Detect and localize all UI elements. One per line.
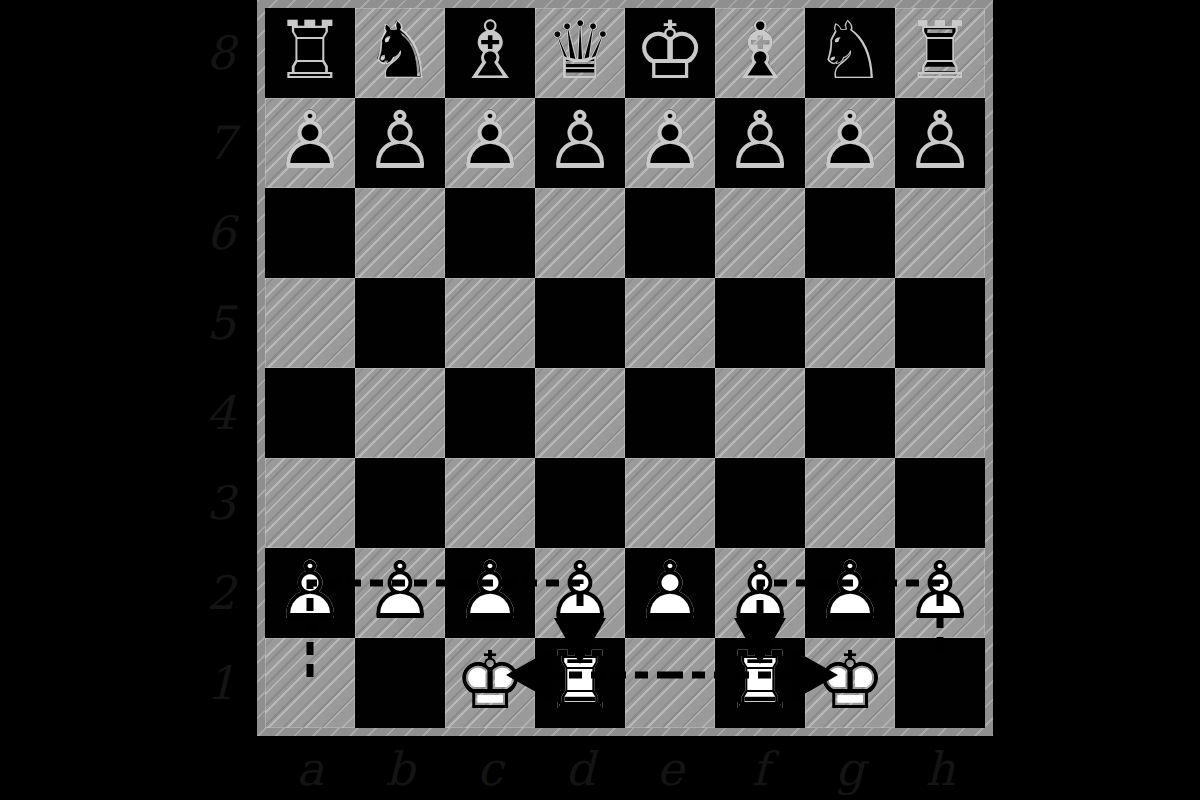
square-a3[interactable] <box>265 458 355 548</box>
file-labels: abcdefgh <box>265 742 985 796</box>
square-h2[interactable]: ♟♙ <box>895 548 985 638</box>
rank-label-4: 4 <box>192 368 250 458</box>
square-e1[interactable] <box>625 638 715 728</box>
square-b2[interactable]: ♟♙ <box>355 548 445 638</box>
square-c8[interactable]: ♝♗ <box>445 8 535 98</box>
square-c1[interactable]: ♚♔ <box>445 638 535 728</box>
square-b8[interactable]: ♞♘ <box>355 8 445 98</box>
file-label-b: b <box>355 742 445 796</box>
square-f1[interactable]: ♜♖ <box>715 638 805 728</box>
file-label-g: g <box>805 742 895 796</box>
piece-black-pawn[interactable]: ♟♙ <box>895 98 985 188</box>
piece-white-pawn[interactable]: ♟♙ <box>805 548 895 638</box>
square-d1[interactable]: ♜♖ <box>535 638 625 728</box>
rank-label-1: 1 <box>192 638 250 728</box>
square-d7[interactable]: ♟♙ <box>535 98 625 188</box>
rank-label-2: 2 <box>192 548 250 638</box>
rank-label-7: 7 <box>192 98 250 188</box>
file-label-e: e <box>625 742 715 796</box>
file-label-f: f <box>715 742 805 796</box>
square-b4[interactable] <box>355 368 445 458</box>
piece-black-pawn[interactable]: ♟♙ <box>445 98 535 188</box>
square-e5[interactable] <box>625 278 715 368</box>
square-b5[interactable] <box>355 278 445 368</box>
square-e7[interactable]: ♟♙ <box>625 98 715 188</box>
file-label-h: h <box>895 742 985 796</box>
piece-white-pawn[interactable]: ♟♙ <box>625 548 715 638</box>
piece-black-king[interactable]: ♚♔ <box>625 8 715 98</box>
piece-black-knight[interactable]: ♞♘ <box>355 8 445 98</box>
piece-black-pawn[interactable]: ♟♙ <box>355 98 445 188</box>
piece-black-bishop[interactable]: ♝♗ <box>445 8 535 98</box>
square-h1[interactable] <box>895 638 985 728</box>
square-c7[interactable]: ♟♙ <box>445 98 535 188</box>
piece-black-pawn[interactable]: ♟♙ <box>265 98 355 188</box>
piece-black-pawn[interactable]: ♟♙ <box>715 98 805 188</box>
square-a8[interactable]: ♜♖ <box>265 8 355 98</box>
file-label-a: a <box>265 742 355 796</box>
rank-label-8: 8 <box>192 8 250 98</box>
square-e6[interactable] <box>625 188 715 278</box>
square-c4[interactable] <box>445 368 535 458</box>
square-e3[interactable] <box>625 458 715 548</box>
piece-white-pawn[interactable]: ♟♙ <box>715 548 805 638</box>
square-g1[interactable]: ♚♔ <box>805 638 895 728</box>
square-d3[interactable] <box>535 458 625 548</box>
piece-white-pawn[interactable]: ♟♙ <box>535 548 625 638</box>
square-g2[interactable]: ♟♙ <box>805 548 895 638</box>
square-b7[interactable]: ♟♙ <box>355 98 445 188</box>
square-d4[interactable] <box>535 368 625 458</box>
board-frame: ♜♖♞♘♝♗♛♕♚♔♝♗♞♘♜♖♟♙♟♙♟♙♟♙♟♙♟♙♟♙♟♙♟♙♟♙♟♙♟♙… <box>257 0 993 736</box>
square-f4[interactable] <box>715 368 805 458</box>
square-a1[interactable] <box>265 638 355 728</box>
square-h3[interactable] <box>895 458 985 548</box>
square-f3[interactable] <box>715 458 805 548</box>
square-d2[interactable]: ♟♙ <box>535 548 625 638</box>
file-label-d: d <box>535 742 625 796</box>
piece-white-rook[interactable]: ♜♖ <box>715 638 805 728</box>
piece-white-pawn[interactable]: ♟♙ <box>895 548 985 638</box>
square-a2[interactable]: ♟♙ <box>265 548 355 638</box>
square-g8[interactable]: ♞♘ <box>805 8 895 98</box>
square-c5[interactable] <box>445 278 535 368</box>
square-b6[interactable] <box>355 188 445 278</box>
piece-black-bishop[interactable]: ♝♗ <box>715 8 805 98</box>
square-a6[interactable] <box>265 188 355 278</box>
square-c2[interactable]: ♟♙ <box>445 548 535 638</box>
piece-white-pawn[interactable]: ♟♙ <box>355 548 445 638</box>
piece-white-pawn[interactable]: ♟♙ <box>265 548 355 638</box>
chess-board: ♜♖♞♘♝♗♛♕♚♔♝♗♞♘♜♖♟♙♟♙♟♙♟♙♟♙♟♙♟♙♟♙♟♙♟♙♟♙♟♙… <box>265 8 985 728</box>
square-b3[interactable] <box>355 458 445 548</box>
piece-black-pawn[interactable]: ♟♙ <box>805 98 895 188</box>
rank-label-3: 3 <box>192 458 250 548</box>
piece-black-pawn[interactable]: ♟♙ <box>625 98 715 188</box>
square-b1[interactable] <box>355 638 445 728</box>
square-f2[interactable]: ♟♙ <box>715 548 805 638</box>
piece-white-rook[interactable]: ♜♖ <box>535 638 625 728</box>
square-h4[interactable] <box>895 368 985 458</box>
square-h5[interactable] <box>895 278 985 368</box>
square-d8[interactable]: ♛♕ <box>535 8 625 98</box>
square-e8[interactable]: ♚♔ <box>625 8 715 98</box>
chess-diagram: 87654321 ♜♖♞♘♝♗♛♕♚♔♝♗♞♘♜♖♟♙♟♙♟♙♟♙♟♙♟♙♟♙♟… <box>0 0 1200 800</box>
square-c6[interactable] <box>445 188 535 278</box>
piece-black-pawn[interactable]: ♟♙ <box>535 98 625 188</box>
piece-white-king[interactable]: ♚♔ <box>805 638 895 728</box>
square-g6[interactable] <box>805 188 895 278</box>
square-a7[interactable]: ♟♙ <box>265 98 355 188</box>
piece-black-queen[interactable]: ♛♕ <box>535 8 625 98</box>
square-g7[interactable]: ♟♙ <box>805 98 895 188</box>
square-h7[interactable]: ♟♙ <box>895 98 985 188</box>
square-f6[interactable] <box>715 188 805 278</box>
square-d5[interactable] <box>535 278 625 368</box>
square-f7[interactable]: ♟♙ <box>715 98 805 188</box>
square-c3[interactable] <box>445 458 535 548</box>
square-a4[interactable] <box>265 368 355 458</box>
square-a5[interactable] <box>265 278 355 368</box>
rank-labels: 87654321 <box>192 8 250 728</box>
square-g3[interactable] <box>805 458 895 548</box>
rank-label-5: 5 <box>192 278 250 368</box>
square-e4[interactable] <box>625 368 715 458</box>
square-g5[interactable] <box>805 278 895 368</box>
piece-black-rook[interactable]: ♜♖ <box>895 8 985 98</box>
file-label-c: c <box>445 742 535 796</box>
square-f5[interactable] <box>715 278 805 368</box>
piece-white-pawn[interactable]: ♟♙ <box>445 548 535 638</box>
square-g4[interactable] <box>805 368 895 458</box>
square-d6[interactable] <box>535 188 625 278</box>
piece-black-rook[interactable]: ♜♖ <box>265 8 355 98</box>
rank-label-6: 6 <box>192 188 250 278</box>
piece-white-king[interactable]: ♚♔ <box>445 638 535 728</box>
square-f8[interactable]: ♝♗ <box>715 8 805 98</box>
piece-black-knight[interactable]: ♞♘ <box>805 8 895 98</box>
square-h6[interactable] <box>895 188 985 278</box>
square-e2[interactable]: ♟♙ <box>625 548 715 638</box>
square-h8[interactable]: ♜♖ <box>895 8 985 98</box>
